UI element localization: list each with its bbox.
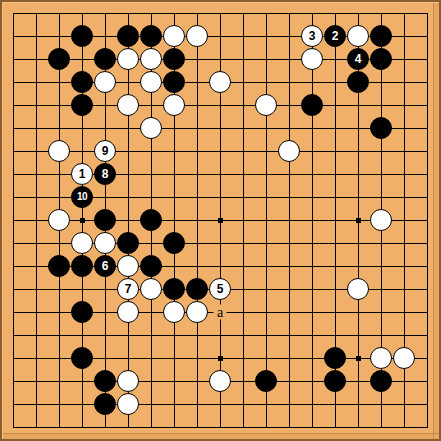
grid-line-vertical — [243, 13, 244, 428]
numbered-white-stone: 3 — [301, 25, 323, 47]
black-stone — [255, 370, 277, 392]
move-number: 3 — [309, 30, 316, 42]
black-stone — [347, 71, 369, 93]
white-stone — [48, 140, 70, 162]
white-stone — [301, 48, 323, 70]
move-number: 10 — [77, 192, 87, 202]
numbered-black-stone: 10 — [71, 186, 93, 208]
white-stone — [117, 370, 139, 392]
white-stone — [140, 48, 162, 70]
white-stone — [163, 301, 185, 323]
black-stone — [163, 71, 185, 93]
board-edge-highlight-left — [2, 2, 3, 439]
white-stone — [94, 71, 116, 93]
white-stone — [140, 71, 162, 93]
black-stone — [301, 94, 323, 116]
black-stone — [370, 48, 392, 70]
white-stone — [255, 94, 277, 116]
white-stone — [163, 94, 185, 116]
move-number: 7 — [125, 283, 132, 295]
white-stone — [117, 393, 139, 415]
move-number: 2 — [332, 30, 339, 42]
grid-line-vertical — [266, 13, 267, 428]
move-number: 4 — [355, 53, 362, 65]
point-label-a: a — [214, 305, 227, 320]
white-stone — [370, 209, 392, 231]
board-edge-shade-bottom — [2, 433, 439, 434]
white-stone — [117, 94, 139, 116]
black-stone — [71, 25, 93, 47]
black-stone — [370, 25, 392, 47]
grid-line-vertical — [427, 13, 428, 428]
numbered-white-stone: 5 — [209, 278, 231, 300]
grid-line-vertical — [312, 13, 313, 428]
numbered-black-stone: 2 — [324, 25, 346, 47]
board-edge-strip-bottom — [2, 434, 439, 439]
black-stone — [94, 393, 116, 415]
numbered-black-stone: 4 — [347, 48, 369, 70]
grid-line-horizontal — [13, 335, 428, 336]
board-edge-highlight-top — [2, 2, 439, 3]
numbered-white-stone: 9 — [94, 140, 116, 162]
black-stone — [71, 347, 93, 369]
black-stone — [324, 347, 346, 369]
white-stone — [347, 25, 369, 47]
black-stone — [324, 370, 346, 392]
star-point — [356, 356, 361, 361]
black-stone — [140, 209, 162, 231]
move-number: 9 — [102, 145, 109, 157]
black-stone — [163, 232, 185, 254]
grid-line-horizontal — [13, 404, 428, 405]
black-stone — [71, 301, 93, 323]
white-stone — [186, 25, 208, 47]
black-stone — [140, 255, 162, 277]
star-point — [356, 218, 361, 223]
grid-line-horizontal — [13, 427, 428, 428]
white-stone — [71, 232, 93, 254]
star-point — [218, 356, 223, 361]
white-stone — [186, 301, 208, 323]
black-stone — [71, 94, 93, 116]
black-stone — [163, 48, 185, 70]
white-stone — [347, 278, 369, 300]
numbered-white-stone: 1 — [71, 163, 93, 185]
black-stone — [186, 278, 208, 300]
board-edge-strip-right — [434, 2, 439, 439]
black-stone — [370, 117, 392, 139]
numbered-black-stone: 8 — [94, 163, 116, 185]
black-stone — [94, 48, 116, 70]
black-stone — [94, 370, 116, 392]
move-number: 1 — [79, 168, 86, 180]
white-stone — [48, 209, 70, 231]
black-stone — [71, 71, 93, 93]
white-stone — [278, 140, 300, 162]
black-stone — [370, 370, 392, 392]
numbered-black-stone: 6 — [94, 255, 116, 277]
star-point — [218, 218, 223, 223]
white-stone — [209, 71, 231, 93]
white-stone — [209, 370, 231, 392]
grid-line-vertical — [289, 13, 290, 428]
white-stone — [117, 301, 139, 323]
move-number: 8 — [102, 168, 109, 180]
black-stone — [163, 278, 185, 300]
black-stone — [71, 255, 93, 277]
star-point — [80, 218, 85, 223]
move-number: 5 — [217, 283, 224, 295]
board-edge-shade-right — [433, 2, 434, 439]
white-stone — [117, 255, 139, 277]
white-stone — [140, 278, 162, 300]
black-stone — [140, 25, 162, 47]
black-stone — [94, 209, 116, 231]
black-stone — [117, 232, 139, 254]
white-stone — [140, 117, 162, 139]
black-stone — [48, 48, 70, 70]
black-stone — [48, 255, 70, 277]
white-stone — [94, 232, 116, 254]
white-stone — [393, 347, 415, 369]
go-board: 32491810675a — [0, 0, 441, 441]
white-stone — [163, 25, 185, 47]
black-stone — [117, 25, 139, 47]
move-number: 6 — [102, 260, 109, 272]
white-stone — [117, 48, 139, 70]
numbered-white-stone: 7 — [117, 278, 139, 300]
white-stone — [370, 347, 392, 369]
